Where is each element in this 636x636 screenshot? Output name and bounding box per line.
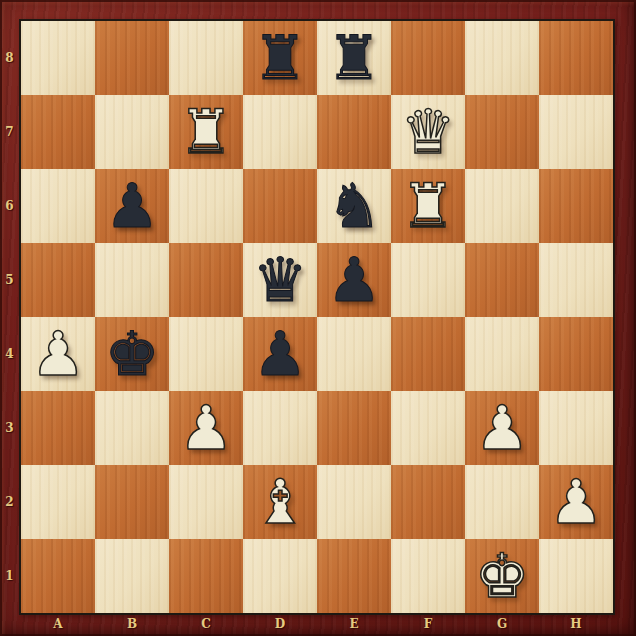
square-e2[interactable]: [317, 465, 391, 539]
square-c7[interactable]: ♜: [169, 95, 243, 169]
square-e8[interactable]: ♜: [317, 21, 391, 95]
square-e6[interactable]: ♞: [317, 169, 391, 243]
square-e3[interactable]: [317, 391, 391, 465]
square-b1[interactable]: [95, 539, 169, 613]
square-h7[interactable]: [539, 95, 613, 169]
white-pawn-piece: ♟: [549, 465, 604, 539]
white-king-piece: ♚: [475, 539, 530, 613]
square-h4[interactable]: [539, 317, 613, 391]
square-g1[interactable]: ♚: [465, 539, 539, 613]
white-bishop-piece: ♝: [253, 465, 308, 539]
square-e1[interactable]: [317, 539, 391, 613]
black-pawn-piece: ♟: [253, 317, 308, 391]
square-e4[interactable]: [317, 317, 391, 391]
white-rook-piece: ♜: [401, 169, 456, 243]
square-f3[interactable]: [391, 391, 465, 465]
white-rook-piece: ♜: [179, 95, 234, 169]
rank-label-8: 8: [0, 21, 19, 95]
square-h8[interactable]: [539, 21, 613, 95]
square-d3[interactable]: [243, 391, 317, 465]
square-f5[interactable]: [391, 243, 465, 317]
square-g7[interactable]: [465, 95, 539, 169]
file-label-f: F: [391, 614, 465, 636]
square-a1[interactable]: [21, 539, 95, 613]
file-label-d: D: [243, 614, 317, 636]
square-f1[interactable]: [391, 539, 465, 613]
board: ♜♜♜♛♟♞♜♛♟♟♚♟♟♟♝♟♚: [19, 19, 615, 615]
square-d7[interactable]: [243, 95, 317, 169]
square-g6[interactable]: [465, 169, 539, 243]
square-a5[interactable]: [21, 243, 95, 317]
square-b7[interactable]: [95, 95, 169, 169]
file-label-h: H: [539, 614, 613, 636]
file-label-c: C: [169, 614, 243, 636]
square-g2[interactable]: [465, 465, 539, 539]
black-rook-piece: ♜: [253, 21, 308, 95]
file-label-g: G: [465, 614, 539, 636]
square-b8[interactable]: [95, 21, 169, 95]
black-rook-piece: ♜: [327, 21, 382, 95]
white-pawn-piece: ♟: [179, 391, 234, 465]
black-king-piece: ♚: [105, 317, 160, 391]
square-c1[interactable]: [169, 539, 243, 613]
square-c5[interactable]: [169, 243, 243, 317]
white-pawn-piece: ♟: [475, 391, 530, 465]
black-knight-piece: ♞: [327, 169, 382, 243]
file-label-a: A: [21, 614, 95, 636]
square-a4[interactable]: ♟: [21, 317, 95, 391]
square-d2[interactable]: ♝: [243, 465, 317, 539]
square-e5[interactable]: ♟: [317, 243, 391, 317]
square-e7[interactable]: [317, 95, 391, 169]
square-g4[interactable]: [465, 317, 539, 391]
square-f7[interactable]: ♛: [391, 95, 465, 169]
square-d8[interactable]: ♜: [243, 21, 317, 95]
white-pawn-piece: ♟: [31, 317, 86, 391]
square-a8[interactable]: [21, 21, 95, 95]
rank-label-6: 6: [0, 169, 19, 243]
square-f6[interactable]: ♜: [391, 169, 465, 243]
white-queen-piece: ♛: [401, 95, 456, 169]
black-pawn-piece: ♟: [105, 169, 160, 243]
square-a3[interactable]: [21, 391, 95, 465]
square-f2[interactable]: [391, 465, 465, 539]
square-g3[interactable]: ♟: [465, 391, 539, 465]
square-c3[interactable]: ♟: [169, 391, 243, 465]
square-b4[interactable]: ♚: [95, 317, 169, 391]
square-d1[interactable]: [243, 539, 317, 613]
square-b6[interactable]: ♟: [95, 169, 169, 243]
square-a6[interactable]: [21, 169, 95, 243]
square-b3[interactable]: [95, 391, 169, 465]
rank-label-1: 1: [0, 539, 19, 613]
square-c2[interactable]: [169, 465, 243, 539]
rank-label-7: 7: [0, 95, 19, 169]
square-c8[interactable]: [169, 21, 243, 95]
rank-label-4: 4: [0, 317, 19, 391]
square-h5[interactable]: [539, 243, 613, 317]
square-a2[interactable]: [21, 465, 95, 539]
rank-label-2: 2: [0, 465, 19, 539]
square-f4[interactable]: [391, 317, 465, 391]
chess-board-frame: ♜♜♜♛♟♞♜♛♟♟♚♟♟♟♝♟♚ 87654321 ABCDEFGH: [0, 0, 636, 636]
square-a7[interactable]: [21, 95, 95, 169]
square-d4[interactable]: ♟: [243, 317, 317, 391]
square-h2[interactable]: ♟: [539, 465, 613, 539]
square-g8[interactable]: [465, 21, 539, 95]
square-d5[interactable]: ♛: [243, 243, 317, 317]
black-pawn-piece: ♟: [327, 243, 382, 317]
file-label-e: E: [317, 614, 391, 636]
square-g5[interactable]: [465, 243, 539, 317]
square-h1[interactable]: [539, 539, 613, 613]
square-b5[interactable]: [95, 243, 169, 317]
rank-label-3: 3: [0, 391, 19, 465]
file-label-b: B: [95, 614, 169, 636]
black-queen-piece: ♛: [253, 243, 308, 317]
square-h6[interactable]: [539, 169, 613, 243]
square-b2[interactable]: [95, 465, 169, 539]
square-d6[interactable]: [243, 169, 317, 243]
square-f8[interactable]: [391, 21, 465, 95]
square-c4[interactable]: [169, 317, 243, 391]
rank-label-5: 5: [0, 243, 19, 317]
square-c6[interactable]: [169, 169, 243, 243]
square-h3[interactable]: [539, 391, 613, 465]
